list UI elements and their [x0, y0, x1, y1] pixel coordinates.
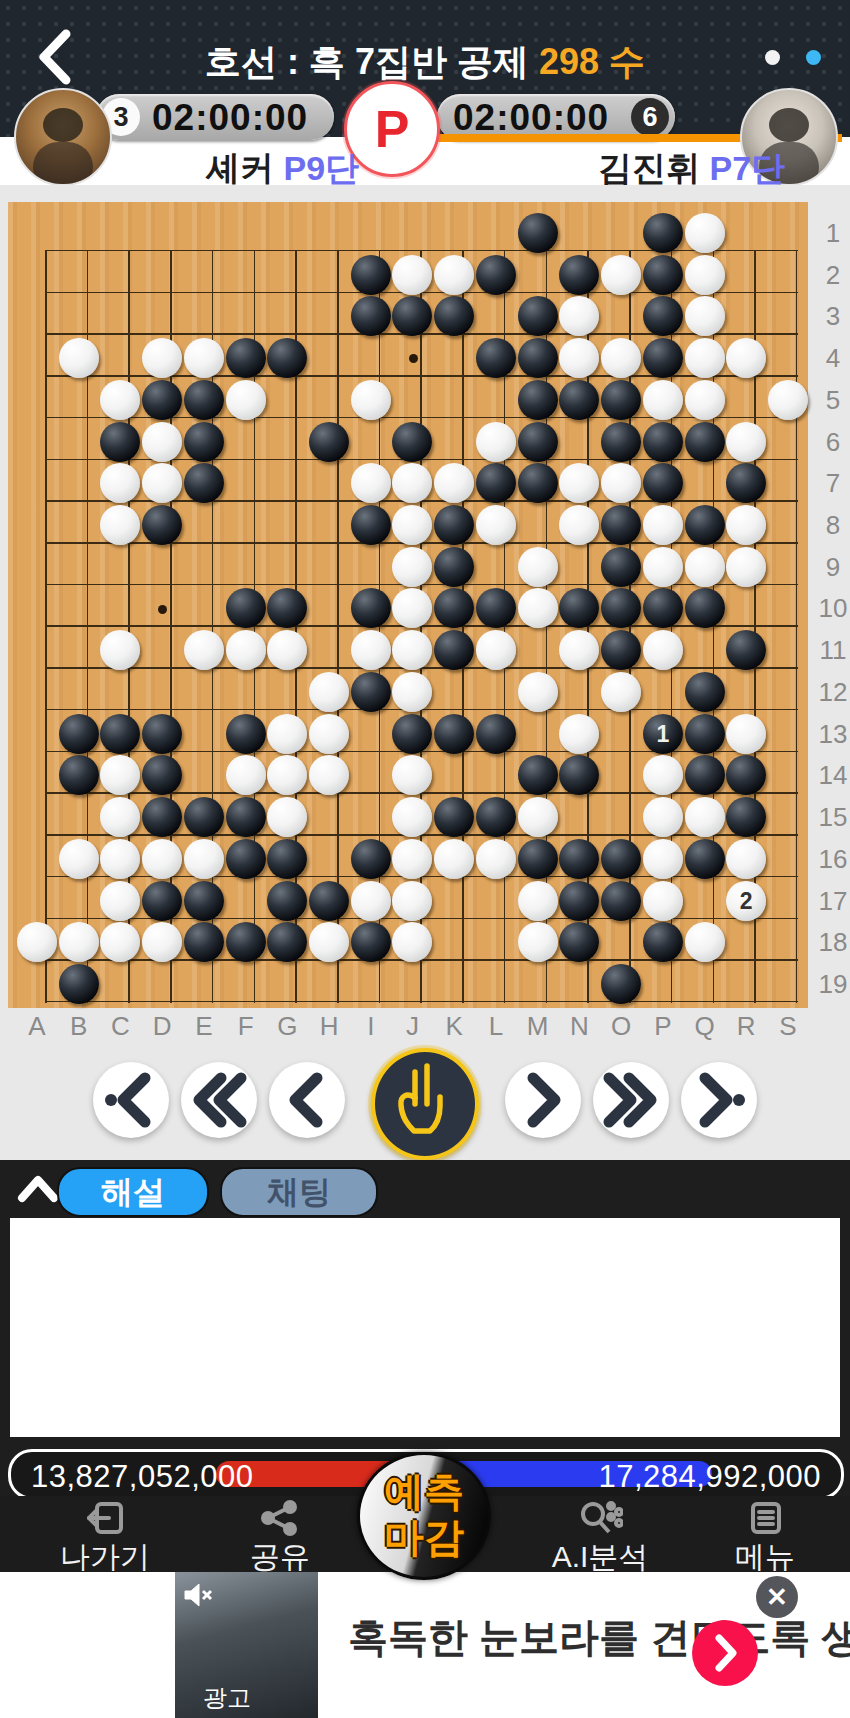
column-label: R: [729, 1011, 763, 1042]
white-stone: [434, 255, 474, 295]
column-label: H: [312, 1011, 346, 1042]
white-stone: [267, 714, 307, 754]
row-label: 13: [816, 719, 850, 750]
column-label: E: [187, 1011, 221, 1042]
white-stone: [726, 547, 766, 587]
collapse-panel-button[interactable]: [16, 1170, 60, 1208]
white-stone: [351, 881, 391, 921]
white-stone: [351, 463, 391, 503]
ad-banner[interactable]: 광고 혹독한 눈보라를 견딜도록 생존···: [0, 1572, 850, 1718]
black-stone: [518, 213, 558, 253]
right-periods-badge: 6: [631, 98, 669, 136]
black-stone: [685, 672, 725, 712]
black-stone: [685, 839, 725, 879]
board-area: 1212345678910111213141516171819ABCDEFGHI…: [0, 185, 850, 1040]
column-label: P: [646, 1011, 680, 1042]
close-icon: ✕: [766, 1582, 788, 1612]
fast-rewind-button[interactable]: [181, 1062, 257, 1138]
white-stone: [17, 922, 57, 962]
black-stone: [559, 839, 599, 879]
white-stone: [309, 672, 349, 712]
ad-close-button[interactable]: ✕: [756, 1576, 798, 1618]
row-label: 7: [816, 468, 850, 499]
black-stone: [59, 755, 99, 795]
right-time: 02:00:00: [453, 97, 609, 139]
black-stone: [351, 839, 391, 879]
black-stone: [184, 922, 224, 962]
game-title: 호선 : 흑 7집반 공제 298 수: [0, 38, 850, 87]
white-stone: [768, 380, 808, 420]
white-stone: [643, 839, 683, 879]
black-stone: [685, 714, 725, 754]
white-stone: [685, 338, 725, 378]
black-stone: [559, 881, 599, 921]
white-stone: [726, 714, 766, 754]
black-stone: [100, 714, 140, 754]
row-label: 17: [816, 886, 850, 917]
speaker-muted-icon[interactable]: [181, 1578, 215, 1616]
row-label: 19: [816, 969, 850, 1000]
white-stone: [100, 881, 140, 921]
right-prediction-value: 17,284,992,000: [599, 1459, 822, 1495]
white-stone: [351, 630, 391, 670]
black-stone: [518, 463, 558, 503]
jump-first-icon: [105, 1094, 117, 1106]
white-stone: [643, 797, 683, 837]
white-stone: [392, 255, 432, 295]
row-label: 1: [816, 218, 850, 249]
black-stone: [643, 922, 683, 962]
white-stone: [184, 839, 224, 879]
black-stone: [685, 755, 725, 795]
ad-headline: 혹독한 눈보라를 견딜도록 생존···: [348, 1610, 850, 1665]
black-stone: [142, 797, 182, 837]
white-stone: [309, 714, 349, 754]
black-stone: [601, 881, 641, 921]
black-stone: [434, 505, 474, 545]
left-player-avatar[interactable]: [14, 88, 112, 186]
black-stone: [392, 422, 432, 462]
go-game-app: 호선 : 흑 7집반 공제 298 수 3 02:00:00 02:00:00 …: [0, 0, 850, 1718]
white-stone: [559, 714, 599, 754]
column-label: C: [103, 1011, 137, 1042]
white-stone: [685, 213, 725, 253]
jump-last-icon: [705, 1078, 727, 1122]
white-stone: [518, 797, 558, 837]
white-stone: [685, 296, 725, 336]
black-stone: [476, 255, 516, 295]
row-label: 8: [816, 510, 850, 541]
black-stone: [476, 338, 516, 378]
ad-thumbnail: 광고: [175, 1572, 318, 1718]
left-time: 02:00:00: [152, 97, 308, 139]
black-stone: [59, 964, 99, 1004]
row-label: 18: [816, 927, 850, 958]
black-stone: [142, 714, 182, 754]
black-stone: [351, 505, 391, 545]
black-stone: [434, 714, 474, 754]
column-label: M: [521, 1011, 555, 1042]
ad-label: 광고: [203, 1682, 251, 1714]
black-stone: [184, 463, 224, 503]
white-stone: [518, 881, 558, 921]
black-stone: [643, 255, 683, 295]
black-stone: [351, 922, 391, 962]
black-stone: [559, 380, 599, 420]
white-stone: [226, 630, 266, 670]
share-icon: [263, 1502, 295, 1534]
chevron-up-icon: [22, 1180, 54, 1198]
white-stone: [685, 922, 725, 962]
black-stone: [392, 714, 432, 754]
row-label: 5: [816, 385, 850, 416]
black-stone: [601, 547, 641, 587]
white-stone: [59, 839, 99, 879]
column-label: S: [771, 1011, 805, 1042]
black-stone: [601, 505, 641, 545]
black-stone: [518, 296, 558, 336]
black-stone: [226, 338, 266, 378]
white-stone: [518, 922, 558, 962]
black-stone: [518, 380, 558, 420]
row-label: 9: [816, 552, 850, 583]
white-stone: [643, 547, 683, 587]
black-stone: [643, 213, 683, 253]
ad-cta-button[interactable]: [692, 1620, 758, 1686]
row-label: 12: [816, 677, 850, 708]
column-label: O: [604, 1011, 638, 1042]
black-stone: [601, 839, 641, 879]
white-stone: [392, 881, 432, 921]
white-stone: [476, 422, 516, 462]
prediction-closed-badge: 예측 마감: [357, 1452, 491, 1580]
ai-analysis-icon: [583, 1503, 622, 1532]
row-label: 16: [816, 844, 850, 875]
column-label: D: [145, 1011, 179, 1042]
black-stone: [685, 588, 725, 628]
white-stone: [726, 422, 766, 462]
black-stone: [518, 422, 558, 462]
tab-chat[interactable]: 채팅: [220, 1167, 378, 1217]
jump-last-button[interactable]: [681, 1062, 757, 1138]
white-stone: [643, 881, 683, 921]
column-label: B: [62, 1011, 96, 1042]
black-stone: [309, 881, 349, 921]
black-stone: [184, 422, 224, 462]
row-label: 4: [816, 343, 850, 374]
white-stone: [226, 380, 266, 420]
white-stone: [601, 338, 641, 378]
black-stone: [351, 296, 391, 336]
tab-commentary[interactable]: 해설: [57, 1167, 209, 1217]
white-stone: [351, 380, 391, 420]
black-stone: [267, 881, 307, 921]
row-label: 15: [816, 802, 850, 833]
black-stone: [226, 922, 266, 962]
step-forward-icon: [533, 1078, 555, 1122]
black-stone: [601, 964, 641, 1004]
white-stone: [476, 630, 516, 670]
column-label: A: [20, 1011, 54, 1042]
white-stone: [59, 922, 99, 962]
white-stone: [518, 547, 558, 587]
white-stone: [392, 547, 432, 587]
column-label: Q: [688, 1011, 722, 1042]
commentary-content[interactable]: [10, 1218, 840, 1437]
left-prediction-value: 13,827,052,000: [31, 1459, 254, 1495]
black-stone: [184, 797, 224, 837]
black-stone: [226, 588, 266, 628]
white-stone: [685, 380, 725, 420]
black-stone: [518, 839, 558, 879]
column-label: N: [562, 1011, 596, 1042]
black-stone: [100, 422, 140, 462]
fast-forward-icon: [609, 1078, 631, 1122]
white-stone: [518, 588, 558, 628]
black-stone: [351, 255, 391, 295]
white-stone: [309, 922, 349, 962]
black-stone: [267, 839, 307, 879]
white-stone: [643, 505, 683, 545]
white-stone: [476, 839, 516, 879]
black-stone: [142, 505, 182, 545]
step-forward-button[interactable]: [505, 1062, 581, 1138]
white-stone: [518, 672, 558, 712]
black-stone-move-label: 1: [643, 714, 683, 754]
black-stone: [518, 755, 558, 795]
white-stone: [685, 547, 725, 587]
column-label: G: [270, 1011, 304, 1042]
black-stone: [59, 714, 99, 754]
black-stone: [226, 714, 266, 754]
white-stone: [643, 755, 683, 795]
white-stone-move-label: 2: [726, 881, 766, 921]
step-back-icon: [295, 1078, 317, 1122]
black-stone: [559, 255, 599, 295]
menu-icon: [753, 1504, 779, 1532]
white-stone: [685, 255, 725, 295]
white-stone: [392, 839, 432, 879]
left-timer: 3 02:00:00: [96, 94, 334, 140]
black-stone: [643, 338, 683, 378]
place-stone-hand-icon: [401, 1066, 440, 1131]
white-stone: [142, 839, 182, 879]
black-stone: [142, 380, 182, 420]
black-stone: [351, 588, 391, 628]
black-stone: [476, 714, 516, 754]
white-stone: [184, 338, 224, 378]
place-stone-button[interactable]: [371, 1048, 479, 1160]
speaker-muted-glyph: [185, 1584, 211, 1606]
white-stone: [59, 338, 99, 378]
black-stone: [643, 463, 683, 503]
row-label: 10: [816, 593, 850, 624]
black-stone: [226, 839, 266, 879]
step-back-button[interactable]: [269, 1062, 345, 1138]
black-stone: [685, 422, 725, 462]
black-stone: [643, 422, 683, 462]
exit-icon: [89, 1504, 121, 1532]
white-stone: [601, 672, 641, 712]
white-stone: [726, 505, 766, 545]
column-label: J: [395, 1011, 429, 1042]
white-stone: [434, 839, 474, 879]
status-dot-white: [765, 50, 780, 65]
white-stone: [100, 839, 140, 879]
white-stone: [226, 755, 266, 795]
black-stone: [601, 422, 641, 462]
black-stone: [184, 881, 224, 921]
row-label: 3: [816, 301, 850, 332]
header: 호선 : 흑 7집반 공제 298 수 3 02:00:00 02:00:00 …: [0, 0, 850, 185]
row-label: 11: [816, 635, 850, 666]
exit-button[interactable]: 나가기: [30, 1500, 180, 1578]
black-stone: [643, 296, 683, 336]
white-stone: [643, 380, 683, 420]
black-stone: [601, 630, 641, 670]
white-stone: [601, 255, 641, 295]
white-stone: [685, 797, 725, 837]
ai-analysis-button[interactable]: A.I분석: [525, 1500, 675, 1578]
black-stone: [142, 881, 182, 921]
black-stone: [643, 588, 683, 628]
jump-first-button[interactable]: [93, 1062, 169, 1138]
fast-forward-button[interactable]: [593, 1062, 669, 1138]
white-stone: [476, 505, 516, 545]
black-stone: [184, 380, 224, 420]
black-stone: [685, 505, 725, 545]
row-label: 6: [816, 427, 850, 458]
column-label: I: [354, 1011, 388, 1042]
white-stone: [184, 630, 224, 670]
black-stone: [309, 422, 349, 462]
white-stone: [726, 839, 766, 879]
status-dot-blue: [806, 50, 821, 65]
black-stone: [476, 463, 516, 503]
commentary-panel: 해설 채팅: [0, 1160, 850, 1445]
column-label: L: [479, 1011, 513, 1042]
share-button[interactable]: 공유: [205, 1500, 355, 1578]
move-nav-row: [0, 1040, 850, 1160]
white-stone: [643, 630, 683, 670]
row-label: 2: [816, 260, 850, 291]
chevron-right-icon: [719, 1638, 733, 1668]
black-stone: [226, 797, 266, 837]
column-label: K: [437, 1011, 471, 1042]
black-stone: [518, 338, 558, 378]
menu-button[interactable]: 메뉴: [690, 1500, 840, 1578]
black-stone: [434, 797, 474, 837]
black-stone: [351, 672, 391, 712]
black-stone: [434, 547, 474, 587]
black-stone: [476, 797, 516, 837]
column-label: F: [229, 1011, 263, 1042]
white-stone: [142, 422, 182, 462]
row-label: 14: [816, 760, 850, 791]
black-stone: [601, 380, 641, 420]
